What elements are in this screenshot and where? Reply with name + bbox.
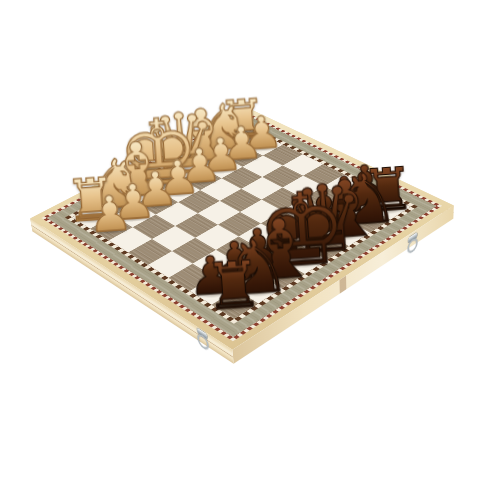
chess-box-3d: ♜♟♟♜♞♟♟♞♝♟♟♝♛♟♟♛♚♟♟♚♝♟♟♝♞♟♟♞♜♟♟♜ <box>30 107 453 350</box>
board-face: ♜♟♟♜♞♟♟♞♝♟♟♝♛♟♟♛♚♟♟♚♝♟♟♝♞♟♟♞♜♟♟♜ <box>30 107 453 350</box>
frame-wood-band: ♜♟♟♜♞♟♟♞♝♟♟♝♛♟♟♛♚♟♟♚♝♟♟♝♞♟♟♞♜♟♟♜ <box>47 115 437 338</box>
product-photo-stage: Overhead angled product photo of a foldi… <box>0 0 480 480</box>
outer-checker-border: ♜♟♟♜♞♟♟♞♝♟♟♝♛♟♟♛♚♟♟♚♝♟♟♝♞♟♟♞♜♟♟♜ <box>41 112 442 341</box>
frame-bevel: ♜♟♟♜♞♟♟♞♝♟♟♝♛♟♟♛♚♟♟♚♝♟♟♝♞♟♟♞♜♟♟♜ <box>30 107 453 350</box>
right-clasp[interactable] <box>406 231 418 253</box>
inner-checker-border: ♜♟♟♜♞♟♟♞♝♟♟♝♛♟♟♛♚♟♟♚♝♟♟♝♞♟♟♞♜♟♟♜ <box>65 123 418 324</box>
